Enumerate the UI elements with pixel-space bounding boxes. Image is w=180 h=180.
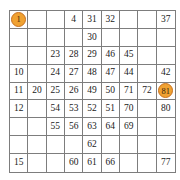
cell-r1c9: 37 [157,11,175,29]
cell-r7c9[interactable] [157,118,175,136]
cell-r4c8[interactable] [138,65,156,83]
cell-r7c5: 63 [83,118,101,136]
cell-r3c3: 23 [47,47,65,65]
cell-r6c3: 54 [47,100,65,118]
endpoint-circle-81: 81 [158,83,173,98]
cell-r5c3: 25 [47,83,65,101]
hidato-puzzle-page: 1431323730232829464510242748474442112025… [0,0,180,180]
cell-r7c8[interactable] [138,118,156,136]
cell-r2c3[interactable] [47,29,65,47]
cell-r8c2[interactable] [28,136,46,154]
cell-r7c1[interactable] [10,118,28,136]
cell-r7c4: 56 [65,118,83,136]
cell-r5c9: 81 [157,83,175,101]
cell-r9c6: 66 [102,154,120,172]
cell-r1c4: 4 [65,11,83,29]
cell-r4c2[interactable] [28,65,46,83]
cell-r1c1: 1 [10,11,28,29]
cell-r7c3: 55 [47,118,65,136]
cell-r2c8[interactable] [138,29,156,47]
cell-r2c5: 30 [83,29,101,47]
cell-r5c6: 50 [102,83,120,101]
cell-r2c9[interactable] [157,29,175,47]
cell-r5c1: 11 [10,83,28,101]
cell-r4c1: 10 [10,65,28,83]
cell-r1c5: 31 [83,11,101,29]
cell-r9c1: 15 [10,154,28,172]
cell-r3c5: 29 [83,47,101,65]
cell-r2c1[interactable] [10,29,28,47]
cell-r3c9[interactable] [157,47,175,65]
cell-r8c5: 62 [83,136,101,154]
cell-r3c2[interactable] [28,47,46,65]
cell-r2c6[interactable] [102,29,120,47]
cell-r8c8[interactable] [138,136,156,154]
cell-r6c7: 70 [120,100,138,118]
cell-r1c7[interactable] [120,11,138,29]
cell-r3c1[interactable] [10,47,28,65]
cell-r8c1[interactable] [10,136,28,154]
cell-r5c7: 71 [120,83,138,101]
cell-r7c7: 69 [120,118,138,136]
cell-r9c8[interactable] [138,154,156,172]
cell-r5c4: 26 [65,83,83,101]
cell-r1c6: 32 [102,11,120,29]
cell-r5c2: 20 [28,83,46,101]
cell-r8c3[interactable] [47,136,65,154]
cell-r2c2[interactable] [28,29,46,47]
cell-r8c9[interactable] [157,136,175,154]
cell-r6c1: 12 [10,100,28,118]
cell-r4c5: 48 [83,65,101,83]
cell-r5c5: 49 [83,83,101,101]
cell-r6c6: 51 [102,100,120,118]
cell-r4c4: 27 [65,65,83,83]
cell-r2c7[interactable] [120,29,138,47]
cell-r4c7: 44 [120,65,138,83]
cell-r3c6: 46 [102,47,120,65]
cell-r8c7[interactable] [120,136,138,154]
cell-r9c5: 61 [83,154,101,172]
cell-r9c9: 77 [157,154,175,172]
cell-r3c4: 28 [65,47,83,65]
hidato-board: 1431323730232829464510242748474442112025… [9,10,176,173]
cell-r9c2[interactable] [28,154,46,172]
endpoint-circle-1: 1 [11,12,26,27]
cell-r6c8[interactable] [138,100,156,118]
cell-r6c5: 52 [83,100,101,118]
cell-r9c7[interactable] [120,154,138,172]
cell-r4c9: 42 [157,65,175,83]
cell-r7c2[interactable] [28,118,46,136]
cell-r1c3[interactable] [47,11,65,29]
cell-r3c7: 45 [120,47,138,65]
cell-r9c3[interactable] [47,154,65,172]
cell-r8c4[interactable] [65,136,83,154]
cell-r4c3: 24 [47,65,65,83]
cell-r6c9: 80 [157,100,175,118]
cell-r6c4: 53 [65,100,83,118]
cell-r1c2[interactable] [28,11,46,29]
cell-r5c8: 72 [138,83,156,101]
cell-r7c6: 64 [102,118,120,136]
cell-r4c6: 47 [102,65,120,83]
cell-r3c8[interactable] [138,47,156,65]
cell-r1c8[interactable] [138,11,156,29]
cell-r2c4[interactable] [65,29,83,47]
cell-r8c6[interactable] [102,136,120,154]
cell-r6c2[interactable] [28,100,46,118]
cell-r9c4: 60 [65,154,83,172]
